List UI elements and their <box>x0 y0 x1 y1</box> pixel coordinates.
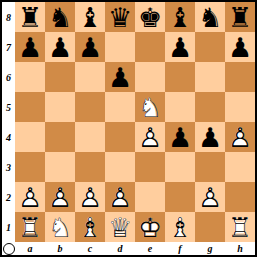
square-a8[interactable]: ♜ <box>15 2 45 32</box>
piece-white-pawn: ♟♙ <box>75 182 105 212</box>
square-g5[interactable] <box>195 92 225 122</box>
rank-labels: 87654321 <box>2 2 15 242</box>
piece-black-pawn: ♟ <box>225 32 255 62</box>
rank-label-5: 5 <box>2 92 15 122</box>
piece-white-pawn: ♟♙ <box>45 182 75 212</box>
square-d6[interactable]: ♟ <box>105 62 135 92</box>
piece-black-pawn: ♟ <box>15 32 45 62</box>
square-c8[interactable]: ♝ <box>75 2 105 32</box>
piece-black-queen: ♛ <box>105 2 135 32</box>
square-b7[interactable]: ♟ <box>45 32 75 62</box>
piece-white-pawn: ♟♙ <box>15 182 45 212</box>
square-e6[interactable] <box>135 62 165 92</box>
square-h3[interactable] <box>225 152 255 182</box>
piece-white-rook: ♜♖ <box>15 212 45 242</box>
square-h8[interactable]: ♜ <box>225 2 255 32</box>
piece-white-pawn: ♟♙ <box>225 122 255 152</box>
piece-black-knight: ♞ <box>45 2 75 32</box>
square-a6[interactable] <box>15 62 45 92</box>
piece-white-knight: ♞♘ <box>135 92 165 122</box>
square-d7[interactable] <box>105 32 135 62</box>
rank-label-4: 4 <box>2 122 15 152</box>
square-a2[interactable]: ♟♙ <box>15 182 45 212</box>
file-label-e: e <box>135 242 165 255</box>
square-a5[interactable] <box>15 92 45 122</box>
square-c7[interactable]: ♟ <box>75 32 105 62</box>
rank-label-2: 2 <box>2 182 15 212</box>
square-e7[interactable] <box>135 32 165 62</box>
piece-white-pawn: ♟♙ <box>105 182 135 212</box>
piece-black-pawn: ♟ <box>165 122 195 152</box>
file-label-h: h <box>225 242 255 255</box>
square-b2[interactable]: ♟♙ <box>45 182 75 212</box>
piece-black-bishop: ♝ <box>165 2 195 32</box>
square-e8[interactable]: ♚ <box>135 2 165 32</box>
piece-white-bishop: ♝♗ <box>75 212 105 242</box>
piece-white-king: ♚♔ <box>135 212 165 242</box>
square-b1[interactable]: ♞♘ <box>45 212 75 242</box>
square-b6[interactable] <box>45 62 75 92</box>
square-b3[interactable] <box>45 152 75 182</box>
square-e2[interactable] <box>135 182 165 212</box>
piece-white-pawn: ♟♙ <box>195 182 225 212</box>
square-b8[interactable]: ♞ <box>45 2 75 32</box>
square-f2[interactable] <box>165 182 195 212</box>
square-d5[interactable] <box>105 92 135 122</box>
square-h4[interactable]: ♟♙ <box>225 122 255 152</box>
piece-white-rook: ♜♖ <box>225 212 255 242</box>
square-g3[interactable] <box>195 152 225 182</box>
square-h5[interactable] <box>225 92 255 122</box>
board-frame: 87654321 ♜♞♝♛♚♝♞♜♟♟♟♟♟♟♞♘♟♙♟♟♟♙♟♙♟♙♟♙♟♙♟… <box>2 2 255 255</box>
square-g8[interactable]: ♞ <box>195 2 225 32</box>
square-e5[interactable]: ♞♘ <box>135 92 165 122</box>
square-a3[interactable] <box>15 152 45 182</box>
chess-diagram: 87654321 ♜♞♝♛♚♝♞♜♟♟♟♟♟♟♞♘♟♙♟♟♟♙♟♙♟♙♟♙♟♙♟… <box>0 0 257 257</box>
square-d1[interactable]: ♛♕ <box>105 212 135 242</box>
white-to-move-indicator <box>3 243 15 255</box>
square-f7[interactable]: ♟ <box>165 32 195 62</box>
piece-black-rook: ♜ <box>15 2 45 32</box>
square-f1[interactable]: ♝♗ <box>165 212 195 242</box>
file-label-d: d <box>105 242 135 255</box>
square-h6[interactable] <box>225 62 255 92</box>
piece-white-knight: ♞♘ <box>45 212 75 242</box>
square-a1[interactable]: ♜♖ <box>15 212 45 242</box>
piece-black-rook: ♜ <box>225 2 255 32</box>
square-f5[interactable] <box>165 92 195 122</box>
square-d4[interactable] <box>105 122 135 152</box>
rank-label-1: 1 <box>2 212 15 242</box>
square-b5[interactable] <box>45 92 75 122</box>
square-e4[interactable]: ♟♙ <box>135 122 165 152</box>
square-c2[interactable]: ♟♙ <box>75 182 105 212</box>
file-label-b: b <box>45 242 75 255</box>
piece-white-pawn: ♟♙ <box>135 122 165 152</box>
square-c1[interactable]: ♝♗ <box>75 212 105 242</box>
rank-label-3: 3 <box>2 152 15 182</box>
square-d2[interactable]: ♟♙ <box>105 182 135 212</box>
square-g2[interactable]: ♟♙ <box>195 182 225 212</box>
file-label-f: f <box>165 242 195 255</box>
square-f3[interactable] <box>165 152 195 182</box>
square-a7[interactable]: ♟ <box>15 32 45 62</box>
piece-black-knight: ♞ <box>195 2 225 32</box>
square-c3[interactable] <box>75 152 105 182</box>
square-h1[interactable]: ♜♖ <box>225 212 255 242</box>
square-f6[interactable] <box>165 62 195 92</box>
square-e1[interactable]: ♚♔ <box>135 212 165 242</box>
piece-black-pawn: ♟ <box>105 62 135 92</box>
square-a4[interactable] <box>15 122 45 152</box>
square-b4[interactable] <box>45 122 75 152</box>
piece-white-bishop: ♝♗ <box>165 212 195 242</box>
piece-black-king: ♚ <box>135 2 165 32</box>
square-d3[interactable] <box>105 152 135 182</box>
file-label-a: a <box>15 242 45 255</box>
piece-black-bishop: ♝ <box>75 2 105 32</box>
rank-label-7: 7 <box>2 32 15 62</box>
square-g7[interactable] <box>195 32 225 62</box>
piece-black-pawn: ♟ <box>45 32 75 62</box>
rank-label-6: 6 <box>2 62 15 92</box>
square-h2[interactable] <box>225 182 255 212</box>
file-label-g: g <box>195 242 225 255</box>
square-c4[interactable] <box>75 122 105 152</box>
piece-black-pawn: ♟ <box>75 32 105 62</box>
square-g4[interactable]: ♟ <box>195 122 225 152</box>
square-g1[interactable] <box>195 212 225 242</box>
file-labels: abcdefgh <box>15 242 255 255</box>
square-d8[interactable]: ♛ <box>105 2 135 32</box>
piece-black-pawn: ♟ <box>195 122 225 152</box>
square-e3[interactable] <box>135 152 165 182</box>
square-c6[interactable] <box>75 62 105 92</box>
square-f8[interactable]: ♝ <box>165 2 195 32</box>
piece-white-queen: ♛♕ <box>105 212 135 242</box>
rank-label-8: 8 <box>2 2 15 32</box>
turn-indicator-area <box>2 242 15 255</box>
square-f4[interactable]: ♟ <box>165 122 195 152</box>
chess-board: ♜♞♝♛♚♝♞♜♟♟♟♟♟♟♞♘♟♙♟♟♟♙♟♙♟♙♟♙♟♙♟♙♜♖♞♘♝♗♛♕… <box>15 2 255 242</box>
square-h7[interactable]: ♟ <box>225 32 255 62</box>
file-label-c: c <box>75 242 105 255</box>
piece-black-pawn: ♟ <box>165 32 195 62</box>
square-g6[interactable] <box>195 62 225 92</box>
square-c5[interactable] <box>75 92 105 122</box>
